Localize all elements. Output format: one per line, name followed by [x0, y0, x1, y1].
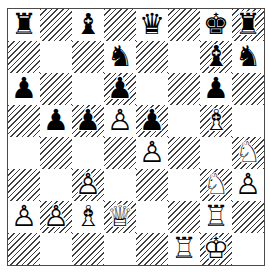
square-h7[interactable]: ♞♞ — [232, 41, 264, 73]
square-e8[interactable]: ♛♛ — [136, 9, 168, 41]
black-knight-piece: ♞♞ — [232, 41, 264, 73]
square-f3[interactable] — [168, 169, 200, 201]
square-c8[interactable]: ♝♝ — [72, 9, 104, 41]
square-f8[interactable] — [168, 9, 200, 41]
chess-diagram: ♜♜♝♝♛♛♚♚♜♜♞♞♝♝♞♞♟♟♟♟♟♟♟♟♟♟♟♙♟♟♝♗♟♙♞♘♟♙♞♘… — [0, 0, 270, 276]
square-e3[interactable] — [136, 169, 168, 201]
square-d7[interactable]: ♞♞ — [104, 41, 136, 73]
square-h6[interactable] — [232, 73, 264, 105]
square-g8[interactable]: ♚♚ — [200, 9, 232, 41]
white-king-piece: ♚♔ — [200, 233, 232, 265]
chess-board: ♜♜♝♝♛♛♚♚♜♜♞♞♝♝♞♞♟♟♟♟♟♟♟♟♟♟♟♙♟♟♝♗♟♙♞♘♟♙♞♘… — [7, 8, 265, 266]
square-e1[interactable] — [136, 233, 168, 265]
square-h1[interactable] — [232, 233, 264, 265]
white-rook-piece: ♜♖ — [200, 201, 232, 233]
square-a5[interactable] — [8, 105, 40, 137]
square-d4[interactable] — [104, 137, 136, 169]
square-a4[interactable] — [8, 137, 40, 169]
black-king-piece: ♚♚ — [200, 9, 232, 41]
square-c1[interactable] — [72, 233, 104, 265]
black-pawn-piece: ♟♟ — [72, 105, 104, 137]
square-e5[interactable]: ♟♟ — [136, 105, 168, 137]
square-g6[interactable]: ♟♟ — [200, 73, 232, 105]
square-d2[interactable]: ♛♕ — [104, 201, 136, 233]
square-h8[interactable]: ♜♜ — [232, 9, 264, 41]
square-c4[interactable] — [72, 137, 104, 169]
white-pawn-piece: ♟♙ — [104, 105, 136, 137]
square-a7[interactable] — [8, 41, 40, 73]
square-a3[interactable] — [8, 169, 40, 201]
square-e2[interactable] — [136, 201, 168, 233]
square-d6[interactable]: ♟♟ — [104, 73, 136, 105]
square-g7[interactable]: ♝♝ — [200, 41, 232, 73]
square-h3[interactable]: ♟♙ — [232, 169, 264, 201]
black-pawn-piece: ♟♟ — [40, 105, 72, 137]
black-knight-piece: ♞♞ — [104, 41, 136, 73]
square-c5[interactable]: ♟♟ — [72, 105, 104, 137]
square-b8[interactable] — [40, 9, 72, 41]
black-queen-piece: ♛♛ — [136, 9, 168, 41]
white-bishop-piece: ♝♗ — [200, 105, 232, 137]
square-f1[interactable]: ♜♖ — [168, 233, 200, 265]
square-d8[interactable] — [104, 9, 136, 41]
white-bishop-piece: ♝♗ — [72, 201, 104, 233]
white-queen-piece: ♛♕ — [104, 201, 136, 233]
white-knight-piece: ♞♘ — [232, 137, 264, 169]
square-b5[interactable]: ♟♟ — [40, 105, 72, 137]
black-pawn-piece: ♟♟ — [200, 73, 232, 105]
square-a6[interactable]: ♟♟ — [8, 73, 40, 105]
square-d5[interactable]: ♟♙ — [104, 105, 136, 137]
square-f4[interactable] — [168, 137, 200, 169]
square-e6[interactable] — [136, 73, 168, 105]
square-a2[interactable]: ♟♙ — [8, 201, 40, 233]
square-e7[interactable] — [136, 41, 168, 73]
white-pawn-piece: ♟♙ — [136, 137, 168, 169]
square-b2[interactable]: ♟♙ — [40, 201, 72, 233]
square-d1[interactable] — [104, 233, 136, 265]
black-pawn-piece: ♟♟ — [104, 73, 136, 105]
square-f6[interactable] — [168, 73, 200, 105]
square-c3[interactable]: ♟♙ — [72, 169, 104, 201]
square-a8[interactable]: ♜♜ — [8, 9, 40, 41]
square-d3[interactable] — [104, 169, 136, 201]
square-b3[interactable] — [40, 169, 72, 201]
square-c6[interactable] — [72, 73, 104, 105]
square-b4[interactable] — [40, 137, 72, 169]
black-bishop-piece: ♝♝ — [72, 9, 104, 41]
white-rook-piece: ♜♖ — [168, 233, 200, 265]
white-knight-piece: ♞♘ — [200, 169, 232, 201]
white-pawn-piece: ♟♙ — [232, 169, 264, 201]
black-pawn-piece: ♟♟ — [136, 105, 168, 137]
white-pawn-piece: ♟♙ — [72, 169, 104, 201]
square-f5[interactable] — [168, 105, 200, 137]
square-h5[interactable] — [232, 105, 264, 137]
square-f7[interactable] — [168, 41, 200, 73]
square-h2[interactable] — [232, 201, 264, 233]
square-c7[interactable] — [72, 41, 104, 73]
black-bishop-piece: ♝♝ — [200, 41, 232, 73]
white-pawn-piece: ♟♙ — [8, 201, 40, 233]
black-pawn-piece: ♟♟ — [8, 73, 40, 105]
white-pawn-piece: ♟♙ — [40, 201, 72, 233]
square-a1[interactable] — [8, 233, 40, 265]
square-g5[interactable]: ♝♗ — [200, 105, 232, 137]
square-e4[interactable]: ♟♙ — [136, 137, 168, 169]
square-b1[interactable] — [40, 233, 72, 265]
square-g4[interactable] — [200, 137, 232, 169]
square-g1[interactable]: ♚♔ — [200, 233, 232, 265]
black-rook-piece: ♜♜ — [8, 9, 40, 41]
square-c2[interactable]: ♝♗ — [72, 201, 104, 233]
square-g2[interactable]: ♜♖ — [200, 201, 232, 233]
square-b6[interactable] — [40, 73, 72, 105]
square-g3[interactable]: ♞♘ — [200, 169, 232, 201]
black-rook-piece: ♜♜ — [232, 9, 264, 41]
square-h4[interactable]: ♞♘ — [232, 137, 264, 169]
square-f2[interactable] — [168, 201, 200, 233]
square-b7[interactable] — [40, 41, 72, 73]
